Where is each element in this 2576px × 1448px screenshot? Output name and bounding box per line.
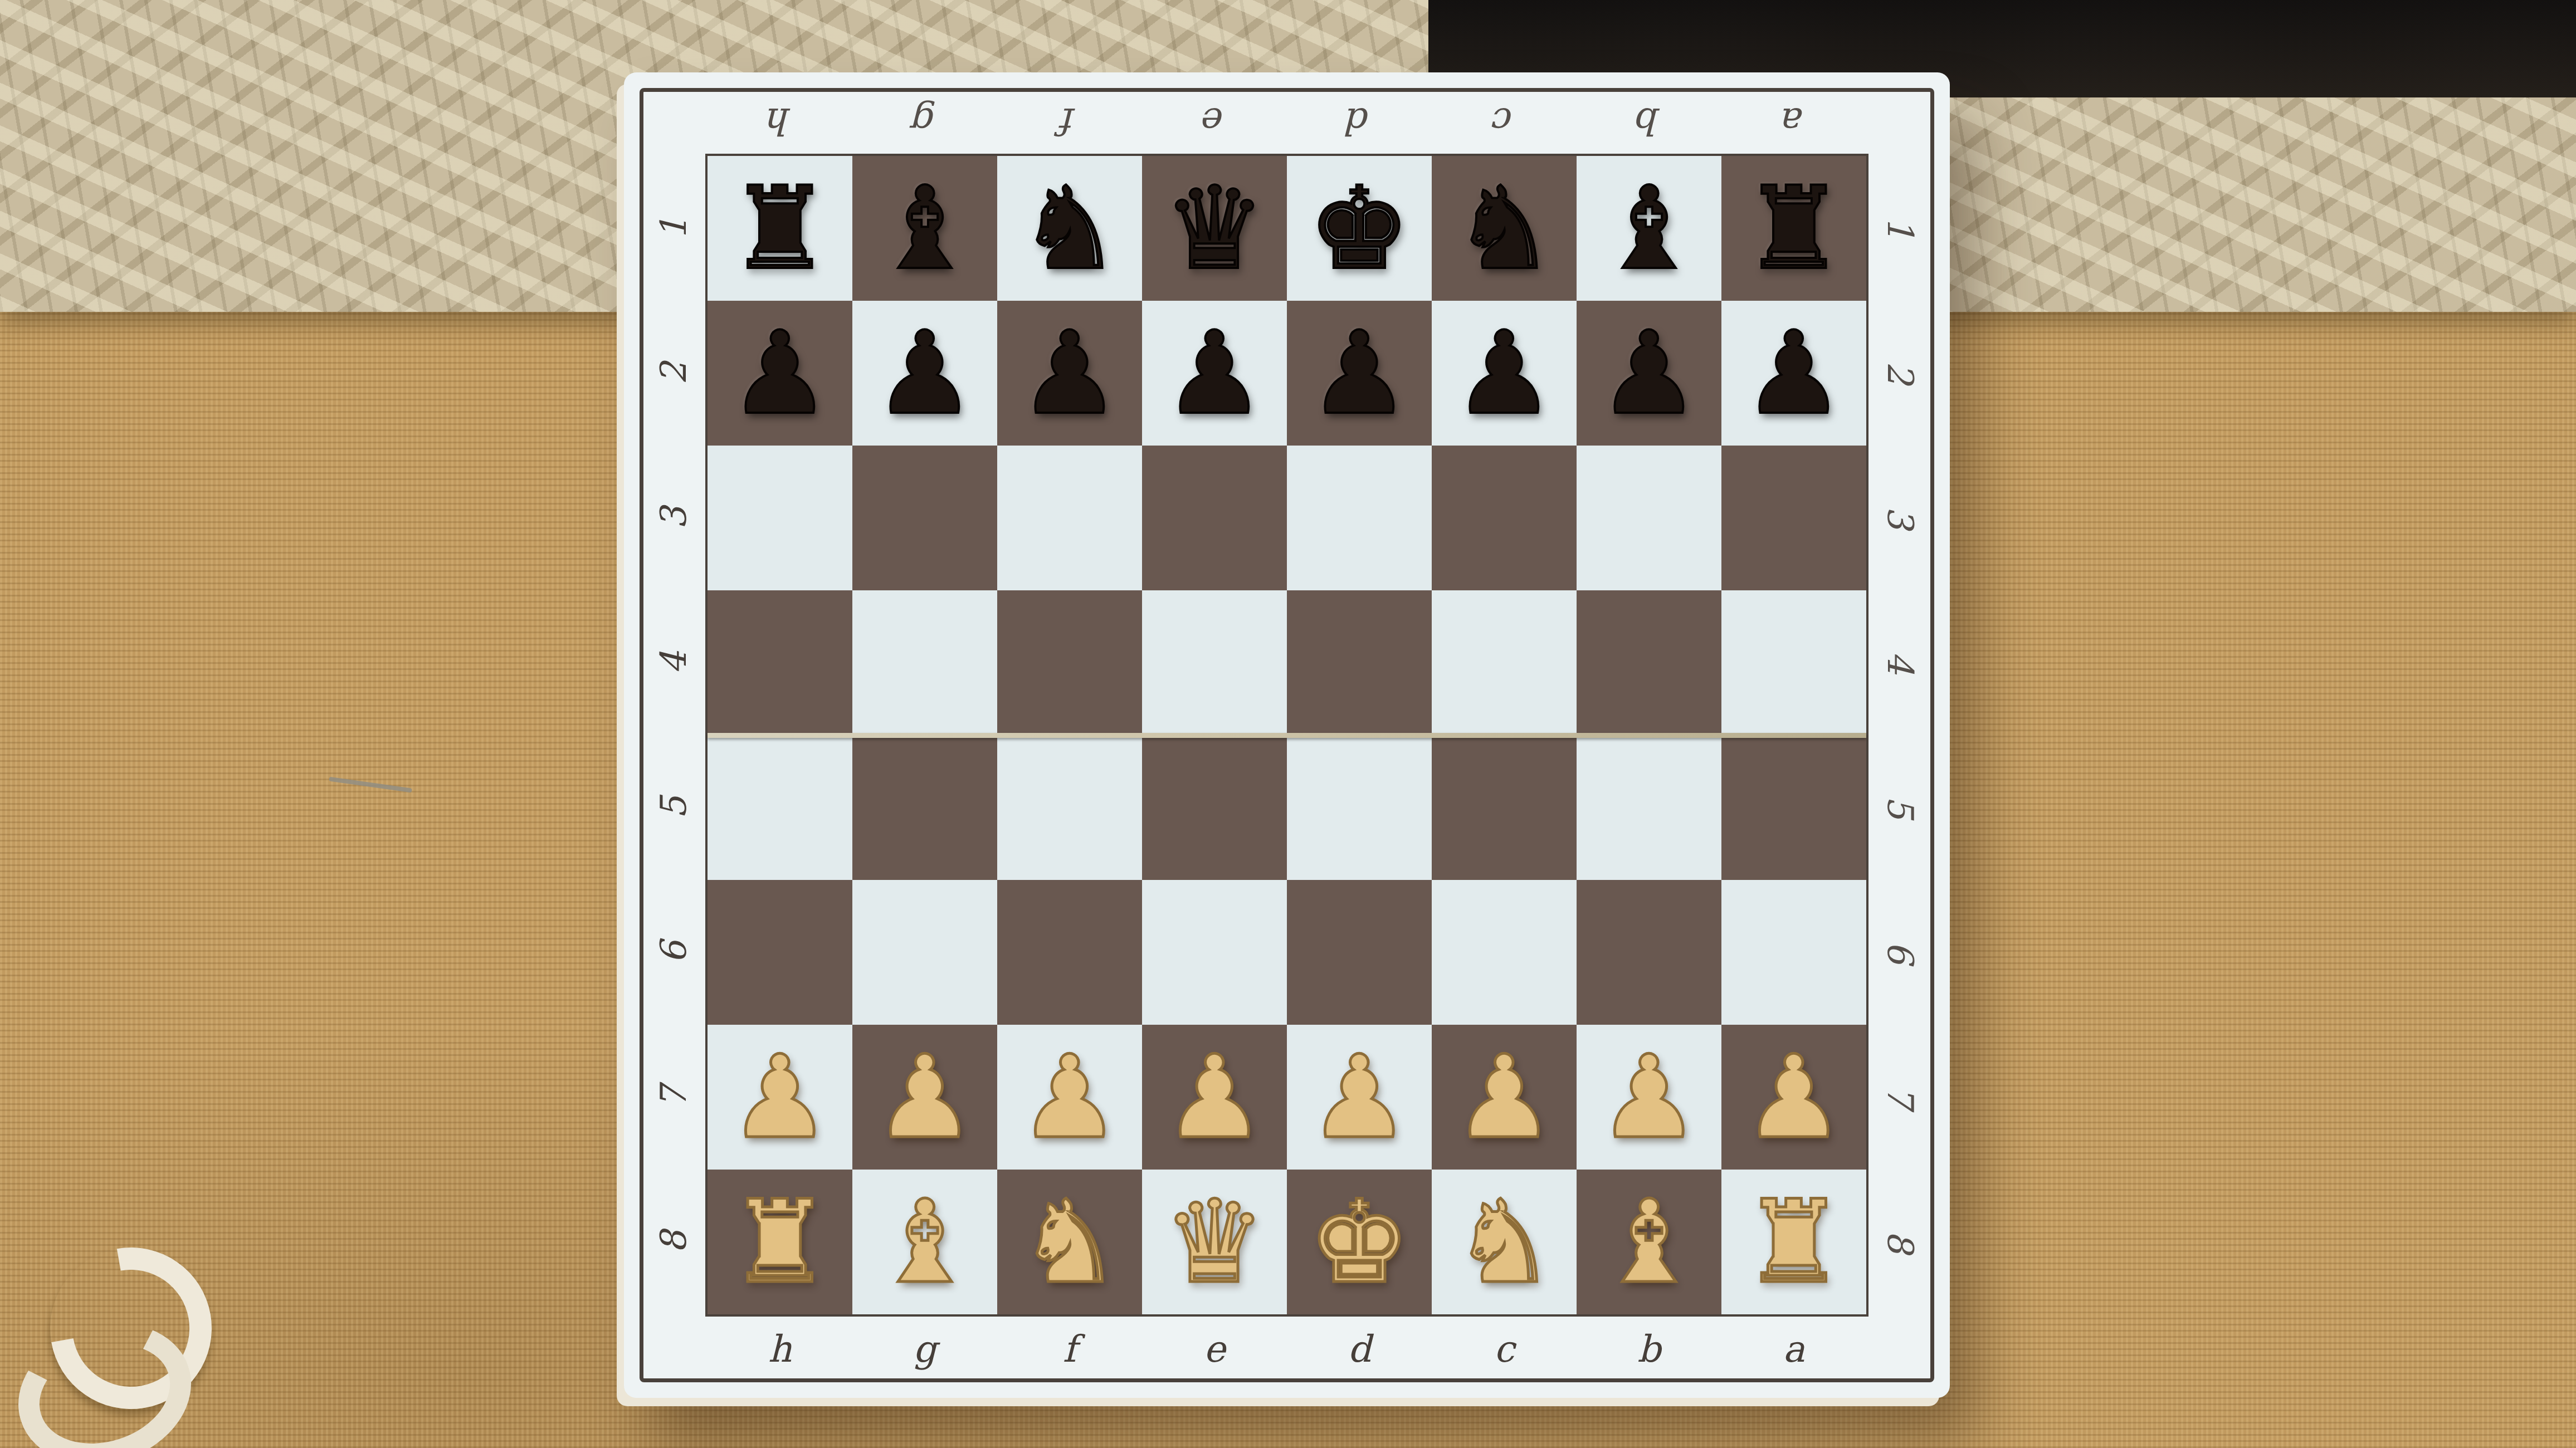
piece-black-pawn[interactable]: ♟ — [1577, 301, 1721, 446]
square-a5[interactable] — [1721, 735, 1866, 880]
piece-black-bishop[interactable]: ♝ — [1577, 156, 1721, 301]
piece-black-pawn[interactable]: ♟ — [997, 301, 1142, 446]
file-label-far-d: d — [1287, 90, 1432, 153]
square-d4[interactable] — [1287, 590, 1432, 735]
square-c6[interactable] — [1432, 880, 1577, 1025]
square-d5[interactable] — [1287, 735, 1432, 880]
piece-black-pawn[interactable]: ♟ — [1287, 301, 1432, 446]
square-a4[interactable] — [1721, 590, 1866, 735]
square-b2[interactable]: ♟ — [1577, 301, 1721, 446]
white-rope — [17, 1225, 217, 1448]
file-label-near-c: c — [1432, 1318, 1577, 1380]
square-c3[interactable] — [1432, 446, 1577, 590]
piece-black-rook[interactable]: ♜ — [1721, 156, 1866, 301]
piece-black-pawn[interactable]: ♟ — [1721, 301, 1866, 446]
square-b4[interactable] — [1577, 590, 1721, 735]
square-h7[interactable]: ♟ — [708, 1025, 852, 1170]
square-b6[interactable] — [1577, 880, 1721, 1025]
piece-white-pawn[interactable]: ♟ — [852, 1025, 997, 1170]
piece-white-queen[interactable]: ♛ — [1142, 1170, 1287, 1314]
square-f4[interactable] — [997, 590, 1142, 735]
file-label-far-c: c — [1432, 90, 1577, 153]
square-e3[interactable] — [1142, 446, 1287, 590]
piece-white-pawn[interactable]: ♟ — [1287, 1025, 1432, 1170]
piece-black-pawn[interactable]: ♟ — [1432, 301, 1577, 446]
piece-white-knight[interactable]: ♞ — [1432, 1170, 1577, 1314]
piece-black-queen[interactable]: ♛ — [1142, 156, 1287, 301]
square-f1[interactable]: ♞ — [997, 156, 1142, 301]
square-e6[interactable] — [1142, 880, 1287, 1025]
square-e2[interactable]: ♟ — [1142, 301, 1287, 446]
square-f6[interactable] — [997, 880, 1142, 1025]
square-e1[interactable]: ♛ — [1142, 156, 1287, 301]
piece-black-bishop[interactable]: ♝ — [852, 156, 997, 301]
file-label-near-d: d — [1287, 1318, 1432, 1380]
piece-white-pawn[interactable]: ♟ — [1721, 1025, 1866, 1170]
file-label-far-g: g — [852, 90, 997, 153]
square-g7[interactable]: ♟ — [852, 1025, 997, 1170]
square-a2[interactable]: ♟ — [1721, 301, 1866, 446]
square-b7[interactable]: ♟ — [1577, 1025, 1721, 1170]
square-d1[interactable]: ♚ — [1287, 156, 1432, 301]
square-a6[interactable] — [1721, 880, 1866, 1025]
square-b3[interactable] — [1577, 446, 1721, 590]
piece-black-pawn[interactable]: ♟ — [852, 301, 997, 446]
square-b5[interactable] — [1577, 735, 1721, 880]
square-c7[interactable]: ♟ — [1432, 1025, 1577, 1170]
file-label-far-e: e — [1142, 90, 1287, 153]
piece-black-pawn[interactable]: ♟ — [708, 301, 852, 446]
square-g4[interactable] — [852, 590, 997, 735]
square-g2[interactable]: ♟ — [852, 301, 997, 446]
square-c8[interactable]: ♞ — [1432, 1170, 1577, 1314]
file-labels-near: hgfedcba — [708, 1318, 1866, 1380]
square-h5[interactable] — [708, 735, 852, 880]
chess-board: 12345678 12345678 hgfedcba hgfedcba ♜♝♞♛… — [624, 72, 1950, 1398]
square-b1[interactable]: ♝ — [1577, 156, 1721, 301]
square-g3[interactable] — [852, 446, 997, 590]
square-h8[interactable]: ♜ — [708, 1170, 852, 1314]
piece-black-knight[interactable]: ♞ — [997, 156, 1142, 301]
square-c4[interactable] — [1432, 590, 1577, 735]
file-label-near-b: b — [1577, 1318, 1721, 1380]
square-h1[interactable]: ♜ — [708, 156, 852, 301]
square-h2[interactable]: ♟ — [708, 301, 852, 446]
square-a7[interactable]: ♟ — [1721, 1025, 1866, 1170]
square-f7[interactable]: ♟ — [997, 1025, 1142, 1170]
file-label-far-h: h — [708, 90, 852, 153]
square-e8[interactable]: ♛ — [1142, 1170, 1287, 1314]
square-d6[interactable] — [1287, 880, 1432, 1025]
piece-white-bishop[interactable]: ♝ — [1577, 1170, 1721, 1314]
piece-black-knight[interactable]: ♞ — [1432, 156, 1577, 301]
piece-black-rook[interactable]: ♜ — [708, 156, 852, 301]
rank-labels-left: 12345678 — [643, 156, 704, 1314]
file-label-far-f: f — [997, 90, 1142, 153]
piece-white-pawn[interactable]: ♟ — [1577, 1025, 1721, 1170]
square-e7[interactable]: ♟ — [1142, 1025, 1287, 1170]
square-f5[interactable] — [997, 735, 1142, 880]
square-a8[interactable]: ♜ — [1721, 1170, 1866, 1314]
square-a3[interactable] — [1721, 446, 1866, 590]
piece-white-knight[interactable]: ♞ — [997, 1170, 1142, 1314]
square-g1[interactable]: ♝ — [852, 156, 997, 301]
file-label-far-a: a — [1721, 90, 1866, 153]
file-label-near-a: a — [1721, 1318, 1866, 1380]
square-a1[interactable]: ♜ — [1721, 156, 1866, 301]
square-g8[interactable]: ♝ — [852, 1170, 997, 1314]
file-label-near-g: g — [852, 1318, 997, 1380]
square-d8[interactable]: ♚ — [1287, 1170, 1432, 1314]
square-e5[interactable] — [1142, 735, 1287, 880]
square-c5[interactable] — [1432, 735, 1577, 880]
piece-white-pawn[interactable]: ♟ — [1432, 1025, 1577, 1170]
square-h4[interactable] — [708, 590, 852, 735]
square-c1[interactable]: ♞ — [1432, 156, 1577, 301]
square-c2[interactable]: ♟ — [1432, 301, 1577, 446]
file-labels-far: hgfedcba — [708, 90, 1866, 153]
square-f3[interactable] — [997, 446, 1142, 590]
piece-white-bishop[interactable]: ♝ — [852, 1170, 997, 1314]
piece-black-pawn[interactable]: ♟ — [1142, 301, 1287, 446]
piece-white-pawn[interactable]: ♟ — [708, 1025, 852, 1170]
square-g5[interactable] — [852, 735, 997, 880]
piece-white-king[interactable]: ♚ — [1287, 1170, 1432, 1314]
piece-white-pawn[interactable]: ♟ — [1142, 1025, 1287, 1170]
square-h3[interactable] — [708, 446, 852, 590]
file-label-far-b: b — [1577, 90, 1721, 153]
file-label-near-f: f — [997, 1318, 1142, 1380]
file-label-near-e: e — [1142, 1318, 1287, 1380]
square-f2[interactable]: ♟ — [997, 301, 1142, 446]
piece-white-pawn[interactable]: ♟ — [997, 1025, 1142, 1170]
square-e4[interactable] — [1142, 590, 1287, 735]
file-label-near-h: h — [708, 1318, 852, 1380]
square-d7[interactable]: ♟ — [1287, 1025, 1432, 1170]
square-f8[interactable]: ♞ — [997, 1170, 1142, 1314]
rank-labels-right: 12345678 — [1870, 156, 1931, 1314]
square-d2[interactable]: ♟ — [1287, 301, 1432, 446]
square-d3[interactable] — [1287, 446, 1432, 590]
square-b8[interactable]: ♝ — [1577, 1170, 1721, 1314]
piece-black-king[interactable]: ♚ — [1287, 156, 1432, 301]
piece-white-rook[interactable]: ♜ — [708, 1170, 852, 1314]
square-h6[interactable] — [708, 880, 852, 1025]
square-g6[interactable] — [852, 880, 997, 1025]
piece-white-rook[interactable]: ♜ — [1721, 1170, 1866, 1314]
board-fold-seam — [708, 733, 1866, 738]
